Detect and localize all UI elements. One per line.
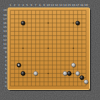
coordinate-labels-top: 12345678910111213141516171819 bbox=[10, 4, 88, 7]
star-point bbox=[73, 73, 75, 75]
coordinate-label: 10 bbox=[47, 4, 51, 7]
goban-scene: 12345678910111213141516171819 1918171615… bbox=[0, 0, 100, 100]
star-point bbox=[73, 22, 75, 24]
coordinate-label: 17 bbox=[3, 18, 7, 21]
coordinate-label: 15 bbox=[3, 26, 7, 29]
coordinate-label: 11 bbox=[51, 4, 55, 7]
coordinate-label: 17 bbox=[76, 4, 80, 7]
coordinate-label: 15 bbox=[68, 4, 72, 7]
coordinate-label: 19 bbox=[3, 9, 7, 12]
stone-black-P4[interactable] bbox=[67, 71, 71, 75]
coordinate-label: 13 bbox=[59, 4, 63, 7]
coordinate-label: 10 bbox=[3, 47, 7, 50]
star-point bbox=[47, 47, 49, 49]
coordinate-label: 19 bbox=[84, 4, 88, 7]
star-point bbox=[47, 22, 49, 24]
stone-white-G4[interactable] bbox=[34, 71, 38, 75]
coordinate-label: 14 bbox=[3, 30, 7, 33]
last-move-marker bbox=[18, 64, 20, 66]
coordinate-label: 16 bbox=[3, 22, 7, 25]
stone-white-T2[interactable] bbox=[84, 80, 88, 84]
coordinate-label: 18 bbox=[80, 4, 84, 7]
stone-white-Q6[interactable] bbox=[71, 63, 75, 67]
goban-board[interactable] bbox=[8, 8, 90, 90]
coordinate-label: 18 bbox=[3, 14, 7, 17]
stone-black-D16[interactable] bbox=[21, 21, 25, 25]
star-point bbox=[73, 47, 75, 49]
coordinate-label: 14 bbox=[63, 4, 67, 7]
coordinate-label: 13 bbox=[3, 35, 7, 38]
coordinate-label: 16 bbox=[72, 4, 76, 7]
coordinate-label: 12 bbox=[3, 39, 7, 42]
stone-black-D4[interactable] bbox=[21, 71, 25, 75]
coordinate-label: 11 bbox=[3, 43, 7, 46]
go-client-window: 12345678910111213141516171819 1918171615… bbox=[0, 0, 100, 100]
star-point bbox=[47, 73, 49, 75]
star-point bbox=[22, 47, 24, 49]
stone-white-R4[interactable] bbox=[76, 71, 80, 75]
stone-white-O4[interactable] bbox=[63, 71, 67, 75]
stone-black-S3[interactable] bbox=[80, 76, 84, 80]
coordinate-label: 12 bbox=[55, 4, 59, 7]
stone-black-R16[interactable] bbox=[76, 21, 80, 25]
